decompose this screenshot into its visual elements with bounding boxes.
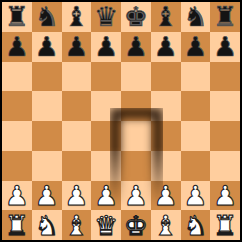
- piece-black-pawn[interactable]: ♟: [213, 33, 237, 60]
- square-h2[interactable]: ♟: [210, 181, 240, 211]
- square-d8[interactable]: ♛: [91, 2, 121, 32]
- square-a3[interactable]: [2, 151, 32, 181]
- square-f6[interactable]: [151, 62, 181, 92]
- piece-black-knight[interactable]: ♞: [183, 3, 207, 30]
- piece-white-pawn[interactable]: ♟: [35, 182, 59, 209]
- square-a6[interactable]: [2, 62, 32, 92]
- square-a2[interactable]: ♟: [2, 181, 32, 211]
- piece-white-pawn[interactable]: ♟: [64, 182, 88, 209]
- square-e4[interactable]: [121, 121, 151, 151]
- square-b8[interactable]: ♞: [32, 2, 62, 32]
- square-d3[interactable]: [91, 151, 121, 181]
- piece-white-bishop[interactable]: ♝: [154, 212, 178, 239]
- square-g5[interactable]: [181, 91, 211, 121]
- square-d4[interactable]: [91, 121, 121, 151]
- square-c4[interactable]: [62, 121, 92, 151]
- square-c7[interactable]: ♟: [62, 32, 92, 62]
- piece-white-pawn[interactable]: ♟: [5, 182, 29, 209]
- square-h7[interactable]: ♟: [210, 32, 240, 62]
- square-f1[interactable]: ♝: [151, 210, 181, 240]
- square-c3[interactable]: [62, 151, 92, 181]
- square-e8[interactable]: ♚: [121, 2, 151, 32]
- square-f3[interactable]: [151, 151, 181, 181]
- square-a7[interactable]: ♟: [2, 32, 32, 62]
- square-a5[interactable]: [2, 91, 32, 121]
- square-c1[interactable]: ♝: [62, 210, 92, 240]
- piece-white-queen[interactable]: ♛: [94, 212, 118, 239]
- square-c6[interactable]: [62, 62, 92, 92]
- square-h3[interactable]: [210, 151, 240, 181]
- piece-white-pawn[interactable]: ♟: [94, 182, 118, 209]
- piece-black-pawn[interactable]: ♟: [154, 33, 178, 60]
- piece-black-pawn[interactable]: ♟: [124, 33, 148, 60]
- piece-white-pawn[interactable]: ♟: [213, 182, 237, 209]
- square-g2[interactable]: ♟: [181, 181, 211, 211]
- square-e2[interactable]: ♟: [121, 181, 151, 211]
- square-f7[interactable]: ♟: [151, 32, 181, 62]
- piece-black-pawn[interactable]: ♟: [35, 33, 59, 60]
- piece-black-pawn[interactable]: ♟: [183, 33, 207, 60]
- piece-black-pawn[interactable]: ♟: [94, 33, 118, 60]
- piece-white-knight[interactable]: ♞: [183, 212, 207, 239]
- square-b4[interactable]: [32, 121, 62, 151]
- square-d1[interactable]: ♛: [91, 210, 121, 240]
- piece-black-king[interactable]: ♚: [124, 3, 148, 30]
- piece-white-rook[interactable]: ♜: [5, 212, 29, 239]
- piece-black-rook[interactable]: ♜: [213, 3, 237, 30]
- chess-board: ♜♞♝♛♚♝♞♜♟♟♟♟♟♟♟♟♟♟♟♟♟♟♟♟♜♞♝♛♚♝♞♜: [0, 0, 242, 242]
- square-f8[interactable]: ♝: [151, 2, 181, 32]
- square-h6[interactable]: [210, 62, 240, 92]
- square-a1[interactable]: ♜: [2, 210, 32, 240]
- square-f5[interactable]: [151, 91, 181, 121]
- square-b5[interactable]: [32, 91, 62, 121]
- square-d7[interactable]: ♟: [91, 32, 121, 62]
- square-g3[interactable]: [181, 151, 211, 181]
- square-h5[interactable]: [210, 91, 240, 121]
- board-grid: ♜♞♝♛♚♝♞♜♟♟♟♟♟♟♟♟♟♟♟♟♟♟♟♟♜♞♝♛♚♝♞♜: [2, 2, 240, 240]
- piece-white-rook[interactable]: ♜: [213, 212, 237, 239]
- square-d5[interactable]: [91, 91, 121, 121]
- square-b6[interactable]: [32, 62, 62, 92]
- square-e3[interactable]: [121, 151, 151, 181]
- piece-black-bishop[interactable]: ♝: [64, 3, 88, 30]
- piece-white-pawn[interactable]: ♟: [124, 182, 148, 209]
- square-g8[interactable]: ♞: [181, 2, 211, 32]
- square-e5[interactable]: [121, 91, 151, 121]
- piece-white-knight[interactable]: ♞: [35, 212, 59, 239]
- square-h1[interactable]: ♜: [210, 210, 240, 240]
- square-f2[interactable]: ♟: [151, 181, 181, 211]
- square-a8[interactable]: ♜: [2, 2, 32, 32]
- square-b2[interactable]: ♟: [32, 181, 62, 211]
- piece-black-queen[interactable]: ♛: [94, 3, 118, 30]
- piece-black-pawn[interactable]: ♟: [5, 33, 29, 60]
- square-d2[interactable]: ♟: [91, 181, 121, 211]
- square-c8[interactable]: ♝: [62, 2, 92, 32]
- square-b1[interactable]: ♞: [32, 210, 62, 240]
- square-f4[interactable]: [151, 121, 181, 151]
- square-g7[interactable]: ♟: [181, 32, 211, 62]
- piece-white-king[interactable]: ♚: [124, 212, 148, 239]
- square-g1[interactable]: ♞: [181, 210, 211, 240]
- square-g6[interactable]: [181, 62, 211, 92]
- square-e7[interactable]: ♟: [121, 32, 151, 62]
- square-b3[interactable]: [32, 151, 62, 181]
- square-e6[interactable]: [121, 62, 151, 92]
- square-g4[interactable]: [181, 121, 211, 151]
- square-b7[interactable]: ♟: [32, 32, 62, 62]
- piece-white-pawn[interactable]: ♟: [183, 182, 207, 209]
- piece-black-bishop[interactable]: ♝: [154, 3, 178, 30]
- piece-white-bishop[interactable]: ♝: [64, 212, 88, 239]
- square-e1[interactable]: ♚: [121, 210, 151, 240]
- piece-black-rook[interactable]: ♜: [5, 3, 29, 30]
- piece-black-pawn[interactable]: ♟: [64, 33, 88, 60]
- square-h8[interactable]: ♜: [210, 2, 240, 32]
- square-d6[interactable]: [91, 62, 121, 92]
- square-h4[interactable]: [210, 121, 240, 151]
- piece-black-knight[interactable]: ♞: [35, 3, 59, 30]
- piece-white-pawn[interactable]: ♟: [154, 182, 178, 209]
- square-c5[interactable]: [62, 91, 92, 121]
- square-a4[interactable]: [2, 121, 32, 151]
- square-c2[interactable]: ♟: [62, 181, 92, 211]
